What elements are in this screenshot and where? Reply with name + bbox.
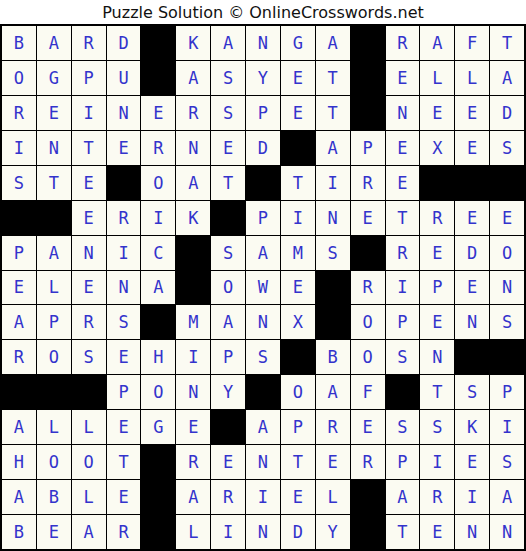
grid-cell: A xyxy=(490,480,524,514)
grid-cell: A xyxy=(246,236,280,270)
grid-cell: S xyxy=(316,236,350,270)
grid-cell: L xyxy=(455,61,489,95)
grid-cell: Y xyxy=(246,61,280,95)
grid-cell: E xyxy=(455,201,489,235)
black-cell xyxy=(455,166,489,200)
grid-cell: I xyxy=(316,166,350,200)
grid-cell: E xyxy=(281,480,315,514)
grid-cell: R xyxy=(2,340,36,374)
black-cell xyxy=(351,96,385,130)
grid-cell: R xyxy=(72,26,106,60)
grid-cell: E xyxy=(351,410,385,444)
grid-cell: E xyxy=(107,480,141,514)
grid-cell: E xyxy=(281,96,315,130)
grid-cell: N xyxy=(107,96,141,130)
grid-cell: K xyxy=(176,26,210,60)
grid-cell: G xyxy=(141,410,175,444)
grid-cell: A xyxy=(246,410,280,444)
grid-cell: A xyxy=(37,26,71,60)
grid-cell: D xyxy=(490,96,524,130)
puzzle-solution-page: Puzzle Solution © OnlineCrosswords.net B… xyxy=(0,0,526,551)
grid-cell: S xyxy=(386,410,420,444)
grid-cell: Y xyxy=(211,375,245,409)
grid-cell: L xyxy=(37,410,71,444)
grid-cell: A xyxy=(176,166,210,200)
grid-cell: A xyxy=(316,26,350,60)
grid-cell: I xyxy=(281,201,315,235)
grid-cell: B xyxy=(2,515,36,549)
grid-cell: R xyxy=(351,445,385,479)
grid-cell: I xyxy=(246,480,280,514)
grid-cell: P xyxy=(107,375,141,409)
grid-cell: R xyxy=(176,445,210,479)
black-cell xyxy=(490,166,524,200)
grid-cell: E xyxy=(420,236,454,270)
grid-cell: P xyxy=(281,410,315,444)
black-cell xyxy=(37,375,71,409)
grid-cell: O xyxy=(490,236,524,270)
grid-cell: E xyxy=(351,201,385,235)
black-cell xyxy=(141,480,175,514)
black-cell xyxy=(351,26,385,60)
grid-cell: M xyxy=(176,305,210,339)
grid-cell: T xyxy=(420,375,454,409)
grid-cell: N xyxy=(176,131,210,165)
grid-cell: P xyxy=(386,305,420,339)
grid-cell: D xyxy=(281,515,315,549)
grid-cell: M xyxy=(281,236,315,270)
grid-cell: T xyxy=(490,26,524,60)
grid-cell: A xyxy=(37,236,71,270)
grid-cell: I xyxy=(490,410,524,444)
grid-cell: E xyxy=(386,166,420,200)
grid-cell: T xyxy=(37,166,71,200)
grid-cell: I xyxy=(176,340,210,374)
grid-cell: E xyxy=(455,271,489,305)
grid-cell: T xyxy=(316,96,350,130)
grid-cell: P xyxy=(2,236,36,270)
grid-cell: H xyxy=(2,445,36,479)
grid-cell: T xyxy=(107,445,141,479)
grid-cell: A xyxy=(2,410,36,444)
grid-cell: P xyxy=(351,131,385,165)
grid-cell: A xyxy=(211,305,245,339)
grid-cell: E xyxy=(490,201,524,235)
black-cell xyxy=(420,166,454,200)
grid-cell: A xyxy=(2,480,36,514)
grid-cell: L xyxy=(176,515,210,549)
grid-cell: N xyxy=(455,305,489,339)
grid-cell: N xyxy=(420,340,454,374)
grid-cell: E xyxy=(37,515,71,549)
grid-cell: N xyxy=(246,305,280,339)
grid-cell: H xyxy=(141,340,175,374)
grid-cell: E xyxy=(72,201,106,235)
black-cell xyxy=(455,340,489,374)
grid-cell: S xyxy=(490,445,524,479)
grid-cell: E xyxy=(141,96,175,130)
grid-cell: X xyxy=(420,131,454,165)
grid-cell: E xyxy=(211,445,245,479)
grid-cell: A xyxy=(316,375,350,409)
grid-cell: G xyxy=(37,61,71,95)
grid-cell: P xyxy=(246,96,280,130)
grid-cell: N xyxy=(246,26,280,60)
grid-cell: N xyxy=(37,131,71,165)
grid-cell: T xyxy=(316,61,350,95)
black-cell xyxy=(72,375,106,409)
grid-cell: D xyxy=(246,131,280,165)
grid-cell: B xyxy=(37,480,71,514)
black-cell xyxy=(316,271,350,305)
grid-cell: W xyxy=(246,271,280,305)
grid-cell: G xyxy=(281,26,315,60)
grid-cell: U xyxy=(107,61,141,95)
grid-cell: A xyxy=(386,480,420,514)
grid-cell: E xyxy=(2,271,36,305)
grid-cell: P xyxy=(420,271,454,305)
grid-cell: E xyxy=(281,271,315,305)
grid-cell: R xyxy=(211,480,245,514)
grid-cell: O xyxy=(2,61,36,95)
grid-cell: S xyxy=(490,305,524,339)
grid-cell: E xyxy=(386,131,420,165)
grid-cell: E xyxy=(107,131,141,165)
grid-cell: P xyxy=(490,375,524,409)
grid-cell: S xyxy=(490,131,524,165)
grid-cell: T xyxy=(386,201,420,235)
black-cell xyxy=(211,410,245,444)
grid-cell: T xyxy=(281,166,315,200)
black-cell xyxy=(141,26,175,60)
grid-cell: N xyxy=(72,236,106,270)
grid-cell: O xyxy=(351,340,385,374)
grid-cell: O xyxy=(37,340,71,374)
grid-cell: S xyxy=(211,96,245,130)
black-cell xyxy=(2,375,36,409)
grid-cell: S xyxy=(2,166,36,200)
grid-cell: A xyxy=(316,131,350,165)
grid-cell: O xyxy=(211,271,245,305)
grid-cell: I xyxy=(455,480,489,514)
grid-cell: R xyxy=(107,515,141,549)
grid-cell: E xyxy=(316,445,350,479)
black-cell xyxy=(351,515,385,549)
grid-cell: K xyxy=(176,201,210,235)
grid-cell: E xyxy=(281,61,315,95)
grid-cell: O xyxy=(141,166,175,200)
black-cell xyxy=(141,305,175,339)
grid-cell: Y xyxy=(316,515,350,549)
grid-cell: I xyxy=(211,515,245,549)
black-cell xyxy=(386,375,420,409)
grid-cell: B xyxy=(316,340,350,374)
grid-cell: A xyxy=(176,61,210,95)
grid-cell: O xyxy=(72,445,106,479)
grid-cell: N xyxy=(316,201,350,235)
grid-cell: T xyxy=(211,166,245,200)
grid-cell: E xyxy=(420,305,454,339)
grid-cell: R xyxy=(351,166,385,200)
black-cell xyxy=(246,375,280,409)
grid-cell: E xyxy=(455,445,489,479)
grid-cell: S xyxy=(246,340,280,374)
grid-cell: R xyxy=(176,96,210,130)
black-cell xyxy=(316,305,350,339)
grid-cell: I xyxy=(420,445,454,479)
black-cell xyxy=(281,340,315,374)
grid-cell: N xyxy=(246,515,280,549)
grid-cell: A xyxy=(211,26,245,60)
grid-cell: O xyxy=(281,375,315,409)
grid-cell: N xyxy=(490,271,524,305)
grid-cell: S xyxy=(211,61,245,95)
grid-cell: T xyxy=(72,131,106,165)
grid-cell: R xyxy=(420,480,454,514)
grid-cell: O xyxy=(351,305,385,339)
grid-cell: P xyxy=(246,201,280,235)
grid-cell: S xyxy=(455,375,489,409)
grid-cell: A xyxy=(490,61,524,95)
black-cell xyxy=(176,236,210,270)
black-cell xyxy=(351,236,385,270)
grid-cell: I xyxy=(72,96,106,130)
grid-cell: L xyxy=(37,271,71,305)
grid-cell: R xyxy=(72,305,106,339)
black-cell xyxy=(176,271,210,305)
grid-cell: L xyxy=(72,410,106,444)
black-cell xyxy=(141,445,175,479)
grid-cell: A xyxy=(2,305,36,339)
grid-cell: L xyxy=(316,480,350,514)
grid-cell: S xyxy=(107,305,141,339)
grid-cell: T xyxy=(386,515,420,549)
grid-cell: P xyxy=(37,305,71,339)
grid-cell: E xyxy=(107,340,141,374)
grid-cell: R xyxy=(141,131,175,165)
grid-cell: I xyxy=(2,131,36,165)
black-cell xyxy=(490,340,524,374)
grid-cell: K xyxy=(455,410,489,444)
grid-cell: S xyxy=(386,340,420,374)
grid-cell: D xyxy=(107,26,141,60)
black-cell xyxy=(211,201,245,235)
grid-cell: P xyxy=(211,340,245,374)
grid-cell: P xyxy=(386,445,420,479)
grid-cell: P xyxy=(72,61,106,95)
grid-cell: I xyxy=(386,271,420,305)
grid-cell: C xyxy=(141,236,175,270)
grid-cell: R xyxy=(316,410,350,444)
black-cell xyxy=(107,166,141,200)
black-cell xyxy=(281,131,315,165)
grid-cell: I xyxy=(141,201,175,235)
grid-cell: E xyxy=(107,410,141,444)
grid-cell: E xyxy=(37,96,71,130)
grid-cell: A xyxy=(141,271,175,305)
grid-cell: S xyxy=(72,340,106,374)
grid-cell: B xyxy=(2,26,36,60)
black-cell xyxy=(351,480,385,514)
crossword-grid: BARDKANGARAFTOGPUASYETELLAREINERSPETNEED… xyxy=(0,24,526,551)
grid-cell: T xyxy=(281,445,315,479)
grid-cell: R xyxy=(2,96,36,130)
grid-cell: A xyxy=(176,480,210,514)
grid-cell: E xyxy=(386,61,420,95)
grid-cell: R xyxy=(386,26,420,60)
black-cell xyxy=(37,201,71,235)
grid-cell: D xyxy=(455,236,489,270)
grid-cell: S xyxy=(211,236,245,270)
black-cell xyxy=(246,166,280,200)
grid-cell: E xyxy=(455,96,489,130)
grid-cell: N xyxy=(490,515,524,549)
grid-cell: E xyxy=(72,166,106,200)
grid-cell: A xyxy=(72,515,106,549)
grid-cell: R xyxy=(386,236,420,270)
grid-cell: R xyxy=(351,271,385,305)
grid-cell: N xyxy=(386,96,420,130)
grid-cell: O xyxy=(141,375,175,409)
title-bar: Puzzle Solution © OnlineCrosswords.net xyxy=(0,0,526,24)
grid-cell: S xyxy=(420,410,454,444)
grid-cell: N xyxy=(176,375,210,409)
grid-cell: X xyxy=(281,305,315,339)
grid-cell: E xyxy=(72,271,106,305)
grid-cell: L xyxy=(420,61,454,95)
grid-cell: E xyxy=(420,515,454,549)
page-title: Puzzle Solution © OnlineCrosswords.net xyxy=(102,3,424,22)
grid-cell: E xyxy=(455,131,489,165)
grid-cell: L xyxy=(72,480,106,514)
grid-cell: E xyxy=(176,410,210,444)
grid-cell: N xyxy=(107,271,141,305)
black-cell xyxy=(351,61,385,95)
grid-cell: F xyxy=(351,375,385,409)
grid-cell: A xyxy=(420,26,454,60)
grid-cell: R xyxy=(107,201,141,235)
grid-cell: E xyxy=(420,96,454,130)
grid-cell: O xyxy=(37,445,71,479)
grid-cell: N xyxy=(246,445,280,479)
grid-cell: E xyxy=(211,131,245,165)
black-cell xyxy=(141,61,175,95)
grid-cell: I xyxy=(107,236,141,270)
black-cell xyxy=(141,515,175,549)
grid-cell: F xyxy=(455,26,489,60)
grid-cell: N xyxy=(455,515,489,549)
black-cell xyxy=(2,201,36,235)
grid-cell: R xyxy=(420,201,454,235)
